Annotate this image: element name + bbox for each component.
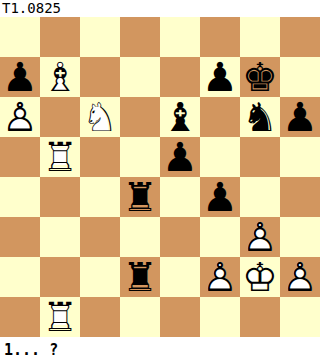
square-e8[interactable] bbox=[160, 17, 200, 57]
square-h7[interactable] bbox=[280, 57, 320, 97]
piece-black-king: ♚ bbox=[240, 57, 280, 97]
square-a8[interactable] bbox=[0, 17, 40, 57]
square-f3[interactable] bbox=[200, 217, 240, 257]
square-b8[interactable] bbox=[40, 17, 80, 57]
square-h1[interactable] bbox=[280, 297, 320, 337]
piece-white-rook: ♖ bbox=[40, 297, 80, 337]
square-e7[interactable] bbox=[160, 57, 200, 97]
square-f2[interactable]: ♟♙ bbox=[200, 257, 240, 297]
square-g7[interactable]: ♚ bbox=[240, 57, 280, 97]
square-c1[interactable] bbox=[80, 297, 120, 337]
piece-black-pawn: ♟ bbox=[160, 137, 200, 177]
piece-white-pawn-fill: ♟ bbox=[240, 217, 280, 257]
square-h3[interactable] bbox=[280, 217, 320, 257]
square-c7[interactable] bbox=[80, 57, 120, 97]
piece-white-king: ♔ bbox=[240, 257, 280, 297]
square-b5[interactable]: ♜♖ bbox=[40, 137, 80, 177]
square-b6[interactable] bbox=[40, 97, 80, 137]
square-g5[interactable] bbox=[240, 137, 280, 177]
piece-white-king-fill: ♚ bbox=[240, 257, 280, 297]
piece-white-rook: ♖ bbox=[40, 137, 80, 177]
piece-black-rook: ♜ bbox=[120, 257, 160, 297]
square-b2[interactable] bbox=[40, 257, 80, 297]
piece-white-pawn: ♙ bbox=[0, 97, 40, 137]
square-h2[interactable]: ♟♙ bbox=[280, 257, 320, 297]
square-c6[interactable]: ♞♘ bbox=[80, 97, 120, 137]
square-d2[interactable]: ♜ bbox=[120, 257, 160, 297]
move-prompt: 1... ? bbox=[0, 337, 320, 360]
square-d3[interactable] bbox=[120, 217, 160, 257]
piece-black-pawn: ♟ bbox=[200, 57, 240, 97]
piece-black-rook: ♜ bbox=[120, 177, 160, 217]
piece-white-pawn-fill: ♟ bbox=[280, 257, 320, 297]
square-c5[interactable] bbox=[80, 137, 120, 177]
square-f7[interactable]: ♟ bbox=[200, 57, 240, 97]
square-g6[interactable]: ♞ bbox=[240, 97, 280, 137]
square-h4[interactable] bbox=[280, 177, 320, 217]
square-a3[interactable] bbox=[0, 217, 40, 257]
square-f1[interactable] bbox=[200, 297, 240, 337]
piece-white-bishop-fill: ♝ bbox=[40, 57, 80, 97]
square-e5[interactable]: ♟ bbox=[160, 137, 200, 177]
piece-white-pawn: ♙ bbox=[200, 257, 240, 297]
square-g3[interactable]: ♟♙ bbox=[240, 217, 280, 257]
square-f4[interactable]: ♟ bbox=[200, 177, 240, 217]
square-a7[interactable]: ♟ bbox=[0, 57, 40, 97]
piece-white-bishop: ♗ bbox=[40, 57, 80, 97]
square-a6[interactable]: ♟♙ bbox=[0, 97, 40, 137]
puzzle-title: T1.0825 bbox=[0, 0, 320, 17]
square-a2[interactable] bbox=[0, 257, 40, 297]
piece-white-pawn-fill: ♟ bbox=[200, 257, 240, 297]
square-g2[interactable]: ♚♔ bbox=[240, 257, 280, 297]
square-d5[interactable] bbox=[120, 137, 160, 177]
piece-white-rook-fill: ♜ bbox=[40, 297, 80, 337]
square-g8[interactable] bbox=[240, 17, 280, 57]
square-f6[interactable] bbox=[200, 97, 240, 137]
square-d8[interactable] bbox=[120, 17, 160, 57]
square-g1[interactable] bbox=[240, 297, 280, 337]
square-c2[interactable] bbox=[80, 257, 120, 297]
piece-black-bishop: ♝ bbox=[160, 97, 200, 137]
square-e3[interactable] bbox=[160, 217, 200, 257]
square-d1[interactable] bbox=[120, 297, 160, 337]
piece-black-pawn: ♟ bbox=[200, 177, 240, 217]
square-d4[interactable]: ♜ bbox=[120, 177, 160, 217]
chess-board: ♟♝♗♟♚♟♙♞♘♝♞♟♜♖♟♜♟♟♙♜♟♙♚♔♟♙♜♖ bbox=[0, 17, 320, 337]
square-e6[interactable]: ♝ bbox=[160, 97, 200, 137]
square-e4[interactable] bbox=[160, 177, 200, 217]
piece-black-pawn: ♟ bbox=[0, 57, 40, 97]
piece-white-pawn: ♙ bbox=[280, 257, 320, 297]
square-h8[interactable] bbox=[280, 17, 320, 57]
square-d7[interactable] bbox=[120, 57, 160, 97]
piece-white-knight-fill: ♞ bbox=[80, 97, 120, 137]
piece-white-pawn-fill: ♟ bbox=[0, 97, 40, 137]
square-e2[interactable] bbox=[160, 257, 200, 297]
square-a5[interactable] bbox=[0, 137, 40, 177]
piece-white-pawn: ♙ bbox=[240, 217, 280, 257]
square-e1[interactable] bbox=[160, 297, 200, 337]
square-b4[interactable] bbox=[40, 177, 80, 217]
square-g4[interactable] bbox=[240, 177, 280, 217]
square-d6[interactable] bbox=[120, 97, 160, 137]
piece-white-rook-fill: ♜ bbox=[40, 137, 80, 177]
square-h5[interactable] bbox=[280, 137, 320, 177]
piece-black-knight: ♞ bbox=[240, 97, 280, 137]
square-f8[interactable] bbox=[200, 17, 240, 57]
square-c3[interactable] bbox=[80, 217, 120, 257]
piece-black-pawn: ♟ bbox=[280, 97, 320, 137]
piece-white-knight: ♘ bbox=[80, 97, 120, 137]
square-c4[interactable] bbox=[80, 177, 120, 217]
square-a4[interactable] bbox=[0, 177, 40, 217]
square-b1[interactable]: ♜♖ bbox=[40, 297, 80, 337]
square-b7[interactable]: ♝♗ bbox=[40, 57, 80, 97]
square-c8[interactable] bbox=[80, 17, 120, 57]
square-a1[interactable] bbox=[0, 297, 40, 337]
square-b3[interactable] bbox=[40, 217, 80, 257]
square-h6[interactable]: ♟ bbox=[280, 97, 320, 137]
square-f5[interactable] bbox=[200, 137, 240, 177]
